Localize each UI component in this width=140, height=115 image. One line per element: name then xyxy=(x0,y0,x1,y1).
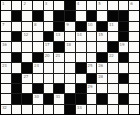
white-cell[interactable] xyxy=(33,105,43,114)
white-cell[interactable] xyxy=(22,22,32,31)
clue-number: 27 xyxy=(23,74,28,79)
black-cell xyxy=(12,32,22,41)
white-cell[interactable] xyxy=(108,32,118,41)
black-cell xyxy=(65,94,75,103)
white-cell[interactable]: 30 xyxy=(33,94,43,103)
white-cell[interactable] xyxy=(33,74,43,83)
white-cell[interactable] xyxy=(76,42,86,51)
white-cell[interactable] xyxy=(44,11,54,20)
white-cell[interactable] xyxy=(44,74,54,83)
white-cell[interactable]: 5 xyxy=(97,1,107,10)
clue-number: 14 xyxy=(77,32,82,37)
white-cell[interactable] xyxy=(108,105,118,114)
black-cell xyxy=(12,53,22,62)
clue-number: 15 xyxy=(98,32,103,37)
white-cell[interactable] xyxy=(87,105,97,114)
black-cell xyxy=(54,84,64,93)
clue-number: 1 xyxy=(2,1,4,6)
black-cell xyxy=(44,94,54,103)
black-cell xyxy=(108,11,118,20)
white-cell[interactable] xyxy=(65,53,75,62)
white-cell[interactable]: 26 xyxy=(97,63,107,72)
white-cell[interactable]: 7 xyxy=(1,22,11,31)
white-cell[interactable] xyxy=(22,11,32,20)
white-cell[interactable] xyxy=(108,1,118,10)
clue-number: 5 xyxy=(98,1,100,6)
clue-number: 3 xyxy=(45,1,47,6)
white-cell[interactable] xyxy=(22,84,32,93)
white-cell[interactable] xyxy=(65,84,75,93)
white-cell[interactable] xyxy=(129,74,139,83)
white-cell[interactable] xyxy=(129,11,139,20)
white-cell[interactable]: 8 xyxy=(33,22,43,31)
black-cell xyxy=(76,22,86,31)
white-cell[interactable] xyxy=(97,105,107,114)
white-cell[interactable] xyxy=(33,1,43,10)
white-cell[interactable] xyxy=(129,105,139,114)
white-cell[interactable]: 21 xyxy=(54,53,64,62)
crossword-grid: 1234567891011121314151617181920212223242… xyxy=(0,0,140,115)
white-cell[interactable] xyxy=(119,105,129,114)
white-cell[interactable] xyxy=(1,84,11,93)
white-cell[interactable] xyxy=(1,53,11,62)
white-cell[interactable] xyxy=(65,32,75,41)
white-cell[interactable]: 27 xyxy=(22,74,32,83)
white-cell[interactable]: 17 xyxy=(44,42,54,51)
white-cell[interactable] xyxy=(12,105,22,114)
white-cell[interactable] xyxy=(108,63,118,72)
white-cell[interactable] xyxy=(119,63,129,72)
clue-number: 26 xyxy=(98,63,103,68)
white-cell[interactable]: 3 xyxy=(44,1,54,10)
black-cell xyxy=(76,63,86,72)
black-cell xyxy=(65,1,75,10)
white-cell[interactable] xyxy=(129,63,139,72)
white-cell[interactable] xyxy=(108,84,118,93)
clue-number: 4 xyxy=(77,1,79,6)
clue-number: 8 xyxy=(34,22,36,27)
black-cell xyxy=(76,84,86,93)
white-cell[interactable] xyxy=(12,42,22,51)
white-cell[interactable]: 18 xyxy=(65,42,75,51)
white-cell[interactable] xyxy=(44,63,54,72)
black-cell xyxy=(12,11,22,20)
white-cell[interactable] xyxy=(22,53,32,62)
black-cell xyxy=(119,94,129,103)
black-cell xyxy=(119,11,129,20)
black-cell xyxy=(87,74,97,83)
white-cell[interactable]: 2 xyxy=(22,1,32,10)
white-cell[interactable] xyxy=(119,1,129,10)
white-cell[interactable] xyxy=(1,11,11,20)
black-cell xyxy=(97,22,107,31)
white-cell[interactable] xyxy=(129,94,139,103)
clue-number: 28 xyxy=(98,74,103,79)
white-cell[interactable] xyxy=(44,105,54,114)
clue-number: 13 xyxy=(55,32,60,37)
black-cell xyxy=(119,53,129,62)
black-cell xyxy=(119,32,129,41)
white-cell[interactable] xyxy=(22,42,32,51)
clue-number: 7 xyxy=(2,22,4,27)
white-cell[interactable]: 33 xyxy=(76,105,86,114)
white-cell[interactable]: 13 xyxy=(54,32,64,41)
white-cell[interactable]: 1 xyxy=(1,1,11,10)
black-cell xyxy=(97,53,107,62)
black-cell xyxy=(54,42,64,51)
white-cell[interactable]: 10 xyxy=(87,22,97,31)
white-cell[interactable] xyxy=(12,22,22,31)
white-cell[interactable]: 28 xyxy=(97,74,107,83)
white-cell[interactable] xyxy=(97,11,107,20)
white-cell[interactable]: 23 xyxy=(1,63,11,72)
white-cell[interactable]: 29 xyxy=(87,84,97,93)
white-cell[interactable] xyxy=(87,42,97,51)
black-cell xyxy=(54,11,64,20)
black-cell xyxy=(12,94,22,103)
black-cell xyxy=(33,84,43,93)
clue-number: 20 xyxy=(45,53,50,58)
black-cell xyxy=(87,11,97,20)
white-cell[interactable] xyxy=(87,94,97,103)
white-cell[interactable] xyxy=(87,53,97,62)
white-cell[interactable] xyxy=(54,74,64,83)
white-cell[interactable]: 9 xyxy=(65,22,75,31)
white-cell[interactable] xyxy=(12,63,22,72)
white-cell[interactable]: 24 xyxy=(33,63,43,72)
clue-number: 21 xyxy=(55,53,60,58)
black-cell xyxy=(33,53,43,62)
black-cell xyxy=(12,84,22,93)
clue-number: 17 xyxy=(45,42,50,47)
clue-number: 33 xyxy=(77,105,82,110)
black-cell xyxy=(119,22,129,31)
white-cell[interactable] xyxy=(44,84,54,93)
white-cell[interactable] xyxy=(44,22,54,31)
white-cell[interactable] xyxy=(54,63,64,72)
black-cell xyxy=(22,63,32,72)
white-cell[interactable]: 20 xyxy=(44,53,54,62)
white-cell[interactable] xyxy=(54,105,64,114)
white-cell[interactable] xyxy=(22,105,32,114)
black-cell xyxy=(108,42,118,51)
white-cell[interactable]: 14 xyxy=(76,32,86,41)
white-cell[interactable]: 31 xyxy=(54,94,64,103)
clue-number: 10 xyxy=(88,22,93,27)
white-cell[interactable] xyxy=(76,53,86,62)
black-cell xyxy=(54,22,64,31)
white-cell[interactable] xyxy=(33,32,43,41)
clue-number: 9 xyxy=(66,22,68,27)
white-cell[interactable] xyxy=(12,1,22,10)
clue-number: 32 xyxy=(2,105,7,110)
white-cell[interactable]: 19 xyxy=(119,42,129,51)
white-cell[interactable] xyxy=(76,11,86,20)
white-cell[interactable] xyxy=(76,74,86,83)
white-cell[interactable] xyxy=(33,42,43,51)
black-cell xyxy=(76,94,86,103)
white-cell[interactable]: 6 xyxy=(129,1,139,10)
white-cell[interactable]: 15 xyxy=(97,32,107,41)
clue-number: 18 xyxy=(66,42,71,47)
white-cell[interactable]: 12 xyxy=(22,32,32,41)
white-cell[interactable]: 22 xyxy=(108,53,118,62)
white-cell[interactable] xyxy=(129,32,139,41)
white-cell[interactable] xyxy=(108,74,118,83)
clue-number: 24 xyxy=(34,63,39,68)
white-cell[interactable] xyxy=(97,42,107,51)
clue-number: 22 xyxy=(109,53,114,58)
black-cell xyxy=(97,94,107,103)
black-cell xyxy=(12,74,22,83)
white-cell[interactable] xyxy=(65,63,75,72)
black-cell xyxy=(65,11,75,20)
white-cell[interactable]: 25 xyxy=(87,63,97,72)
white-cell[interactable]: 11 xyxy=(108,22,118,31)
clue-number: 12 xyxy=(23,32,28,37)
clue-number: 25 xyxy=(88,63,93,68)
clue-number: 23 xyxy=(2,63,7,68)
clue-number: 31 xyxy=(55,94,60,99)
clue-number: 29 xyxy=(88,84,93,89)
white-cell[interactable] xyxy=(54,1,64,10)
black-cell xyxy=(119,74,129,83)
clue-number: 6 xyxy=(130,1,132,6)
black-cell xyxy=(22,94,32,103)
white-cell[interactable] xyxy=(119,84,129,93)
white-cell[interactable] xyxy=(1,32,11,41)
clue-number: 11 xyxy=(109,22,114,27)
white-cell[interactable] xyxy=(87,1,97,10)
black-cell xyxy=(65,105,75,114)
white-cell[interactable] xyxy=(1,94,11,103)
clue-number: 30 xyxy=(34,94,39,99)
white-cell[interactable] xyxy=(87,32,97,41)
white-cell[interactable] xyxy=(129,22,139,31)
white-cell[interactable] xyxy=(129,53,139,62)
white-cell[interactable]: 4 xyxy=(76,1,86,10)
white-cell[interactable] xyxy=(1,74,11,83)
white-cell[interactable] xyxy=(108,94,118,103)
clue-number: 19 xyxy=(120,42,125,47)
black-cell xyxy=(44,32,54,41)
white-cell[interactable] xyxy=(97,84,107,93)
white-cell[interactable]: 32 xyxy=(1,105,11,114)
white-cell[interactable] xyxy=(65,74,75,83)
black-cell xyxy=(33,11,43,20)
white-cell[interactable]: 16 xyxy=(1,42,11,51)
white-cell[interactable] xyxy=(129,42,139,51)
clue-number: 16 xyxy=(2,42,7,47)
clue-number: 2 xyxy=(23,1,25,6)
white-cell[interactable] xyxy=(129,84,139,93)
